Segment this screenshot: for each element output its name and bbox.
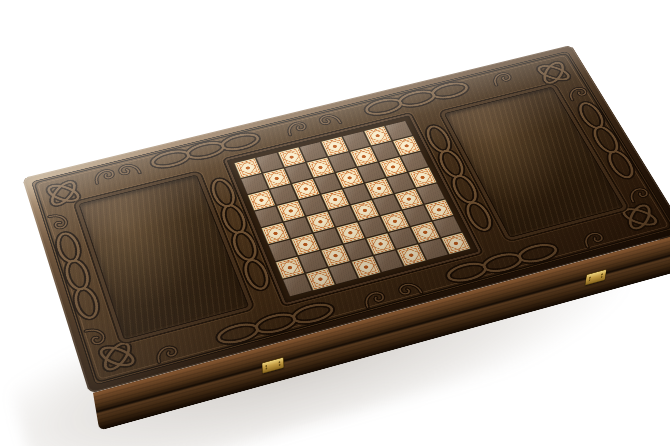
square-c4[interactable] [306,211,336,233]
celtic-scroll-icon [49,213,67,230]
square-d2[interactable] [343,238,373,261]
celtic-corner-knot-icon [617,200,664,233]
square-e2[interactable] [365,233,395,256]
square-d3[interactable] [335,222,365,245]
square-f1[interactable] [396,244,427,267]
brass-hinge [585,269,607,285]
square-c3[interactable] [313,227,343,250]
celtic-scroll-icon [363,291,386,307]
square-h3[interactable] [424,199,454,221]
square-b3[interactable] [290,233,320,256]
square-a1[interactable] [282,273,313,297]
celtic-scroll-icon [398,282,421,298]
square-h2[interactable] [432,215,463,238]
square-f2[interactable] [388,227,418,250]
square-d1[interactable] [351,255,382,278]
square-a4[interactable] [261,222,291,245]
square-g2[interactable] [410,221,440,244]
square-a2[interactable] [275,256,305,279]
celtic-scroll-icon [582,232,605,247]
square-g1[interactable] [418,238,449,261]
square-a5[interactable] [254,206,283,228]
square-c1[interactable] [328,261,359,285]
square-e1[interactable] [373,250,404,273]
celtic-knot-icon [55,231,101,320]
square-c2[interactable] [320,244,350,267]
brass-hinge [262,357,284,374]
square-b1[interactable] [305,267,336,291]
celtic-scroll-icon [86,327,105,345]
square-f3[interactable] [380,210,410,232]
square-g3[interactable] [402,204,432,226]
celtic-corner-knot-icon [95,338,140,376]
square-d4[interactable] [328,205,358,227]
square-b2[interactable] [298,250,328,273]
square-e3[interactable] [358,216,388,239]
square-h1[interactable] [441,232,472,255]
celtic-scroll-icon [155,346,178,363]
photo-scene [0,0,670,446]
square-b4[interactable] [283,216,313,239]
square-a3[interactable] [268,239,298,262]
